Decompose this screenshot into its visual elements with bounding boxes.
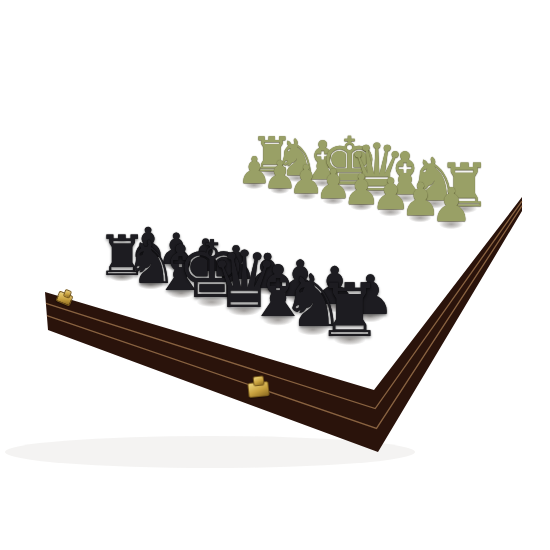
brass-clasp-icon xyxy=(247,381,269,398)
product-photo-scene: ABCDEFGH87654321 ♜♞♝♚♛♝♞♜♟♟♟♟♟♟♟♟♟♟♟♟♟♟♟… xyxy=(0,0,550,550)
board-box-side xyxy=(0,0,550,550)
box-side-face xyxy=(45,197,522,452)
